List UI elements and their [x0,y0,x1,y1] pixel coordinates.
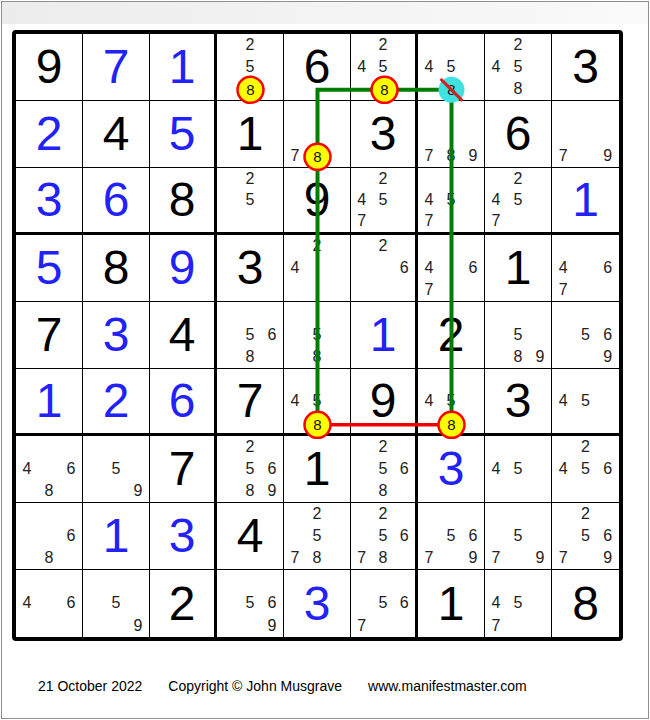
candidate-5: 5 [574,458,596,480]
given-digit: 7 [16,302,82,368]
cell-r9c9[interactable]: 8 [552,570,619,637]
candidate-6: 6 [394,592,415,614]
candidate-8: 8 [507,78,529,100]
cell-r2c9[interactable]: 79 [552,101,619,168]
solved-digit: 1 [351,302,415,368]
cell-r7c2[interactable]: 59 [83,436,150,503]
candidate-5: 5 [507,592,529,614]
cell-r6c5[interactable]: 45 [284,369,351,436]
cell-r9c8[interactable]: 457 [485,570,552,637]
candidate-8: 8 [306,346,328,368]
cell-r5c2[interactable]: 3 [83,302,150,369]
candidate-9: 9 [462,145,484,167]
candidate-7: 7 [552,547,574,569]
cell-r4c7[interactable]: 467 [418,235,485,302]
solved-digit: 1 [83,503,149,569]
cell-r7c8[interactable]: 45 [485,436,552,503]
given-digit: 4 [150,302,214,368]
candidate-4: 4 [16,592,38,614]
cell-r2c4[interactable]: 1 [217,101,284,168]
cell-r1c6[interactable]: 245 [351,34,418,101]
candidate-4: 4 [418,257,440,279]
cell-r4c5[interactable]: 24 [284,235,351,302]
candidate-9: 9 [597,547,619,569]
cell-r2c6[interactable]: 3 [351,101,418,168]
candidate-7: 7 [418,279,440,301]
solved-digit: 5 [150,101,214,167]
candidate-4: 4 [284,390,306,411]
cell-r1c5[interactable]: 6 [284,34,351,101]
cell-r8c2[interactable]: 1 [83,503,150,570]
cell-r9c6[interactable]: 567 [351,570,418,637]
cell-r4c4[interactable]: 3 [217,235,284,302]
cell-r6c8[interactable]: 3 [485,369,552,436]
candidate-5: 5 [372,56,393,78]
solved-digit: 7 [83,34,149,100]
candidate-5: 5 [440,525,462,547]
cell-r3c8[interactable]: 2457 [485,168,552,235]
given-digit: 9 [351,369,415,433]
given-digit: 8 [552,570,619,637]
cell-r7c6[interactable]: 2568 [351,436,418,503]
candidate-6: 6 [261,592,283,614]
candidate-5: 5 [105,592,127,614]
candidate-5: 5 [372,458,393,480]
candidate-5: 5 [507,324,529,346]
given-digit: 1 [485,235,551,301]
candidate-6: 6 [597,257,619,279]
given-digit: 3 [485,369,551,433]
solved-digit: 2 [83,369,149,433]
candidate-5: 5 [574,390,596,411]
footer: 21 October 2022Copyright © John Musgrave… [38,676,553,696]
candidate-5: 5 [306,390,328,411]
solved-digit: 3 [16,168,82,232]
solved-digit: 3 [418,436,484,502]
candidate-7: 7 [351,211,372,232]
candidate-5: 5 [306,525,328,547]
candidate-6: 6 [394,525,415,547]
solved-digit: 1 [552,168,619,232]
cell-r6c1[interactable]: 1 [16,369,83,436]
cell-r8c4[interactable]: 4 [217,503,284,570]
candidate-4: 4 [552,458,574,480]
candidate-5: 5 [239,189,261,210]
given-digit: 2 [418,302,484,368]
cell-r9c5[interactable]: 3 [284,570,351,637]
candidate-7: 7 [418,145,440,167]
candidate-5: 5 [239,458,261,480]
candidate-7: 7 [284,547,306,569]
candidate-5: 5 [239,56,261,78]
sudoku-board: 9712562454524583245173789679368259245745… [12,30,623,641]
cell-r5c7[interactable]: 2 [418,302,485,369]
candidate-5: 5 [574,324,596,346]
candidate-6: 6 [261,324,283,346]
cell-r8c6[interactable]: 25678 [351,503,418,570]
cell-r1c2[interactable]: 7 [83,34,150,101]
cell-r7c7[interactable]: 3 [418,436,485,503]
candidate-4: 4 [351,189,372,210]
candidate-2: 2 [239,436,261,458]
cell-r2c1[interactable]: 2 [16,101,83,168]
candidate-5: 5 [507,189,529,210]
cell-r3c5[interactable]: 9 [284,168,351,235]
candidate-2: 2 [239,34,261,56]
cell-r5c8[interactable]: 589 [485,302,552,369]
cell-r3c9[interactable]: 1 [552,168,619,235]
candidate-5: 5 [507,458,529,480]
candidate-8: 8 [440,145,462,167]
candidate-4: 4 [485,56,507,78]
cell-r6c9[interactable]: 45 [552,369,619,436]
given-digit: 9 [284,168,350,232]
cell-r7c5[interactable]: 1 [284,436,351,503]
cell-r1c9[interactable]: 3 [552,34,619,101]
given-digit: 9 [16,34,82,100]
candidate-2: 2 [239,168,261,189]
footer-date: 21 October 2022 [38,678,142,694]
candidate-9: 9 [529,547,551,569]
candidate-7: 7 [552,145,574,167]
candidate-2: 2 [372,503,393,525]
page: 9712562454524583245173789679368259245745… [0,0,650,720]
cell-r4c6[interactable]: 26 [351,235,418,302]
solved-digit: 3 [83,302,149,368]
candidate-9: 9 [261,480,283,502]
candidate-5: 5 [239,592,261,614]
cell-r6c4[interactable]: 7 [217,369,284,436]
candidate-9: 9 [127,615,149,637]
given-digit: 1 [418,570,484,637]
candidate-2: 2 [372,168,393,189]
candidate-4: 4 [16,458,38,480]
cell-r3c3[interactable]: 8 [150,168,217,235]
cell-r5c4[interactable]: 568 [217,302,284,369]
candidate-4: 4 [418,56,440,78]
candidate-4: 4 [485,458,507,480]
candidate-7: 7 [485,547,507,569]
candidate-6: 6 [60,458,82,480]
solved-digit: 1 [16,369,82,433]
cell-r6c2[interactable]: 2 [83,369,150,436]
given-digit: 8 [83,235,149,301]
candidate-6: 6 [462,257,484,279]
candidate-5: 5 [507,525,529,547]
candidate-4: 4 [485,189,507,210]
candidate-6: 6 [60,525,82,547]
candidate-2: 2 [507,34,529,56]
cell-r4c8[interactable]: 1 [485,235,552,302]
given-digit: 4 [83,101,149,167]
candidate-5: 5 [306,324,328,346]
candidate-8: 8 [372,547,393,569]
candidate-5: 5 [574,525,596,547]
solved-digit: 5 [16,235,82,301]
cell-r8c1[interactable]: 68 [16,503,83,570]
candidate-6: 6 [261,458,283,480]
cell-r8c7[interactable]: 5679 [418,503,485,570]
cell-r7c4[interactable]: 25689 [217,436,284,503]
cell-r5c5[interactable]: 58 [284,302,351,369]
cell-r9c3[interactable]: 2 [150,570,217,637]
candidate-4: 4 [351,56,372,78]
given-digit: 6 [485,101,551,167]
candidate-7: 7 [351,547,372,569]
cell-r1c3[interactable]: 1 [150,34,217,101]
solved-digit: 3 [150,503,214,569]
cell-r3c2[interactable]: 6 [83,168,150,235]
candidate-7: 7 [284,145,306,167]
cell-r9c4[interactable]: 569 [217,570,284,637]
candidate-5: 5 [440,390,462,411]
candidate-5: 5 [372,525,393,547]
candidate-5: 5 [372,592,393,614]
given-digit: 4 [217,503,283,569]
given-digit: 3 [217,235,283,301]
cell-r7c9[interactable]: 2456 [552,436,619,503]
candidate-6: 6 [394,458,415,480]
candidate-8: 8 [507,346,529,368]
given-digit: 3 [351,101,415,167]
cell-r8c5[interactable]: 2578 [284,503,351,570]
candidate-2: 2 [306,503,328,525]
cell-r4c2[interactable]: 8 [83,235,150,302]
candidate-2: 2 [574,503,596,525]
cell-r3c4[interactable]: 25 [217,168,284,235]
candidate-5: 5 [507,56,529,78]
candidate-7: 7 [418,211,440,232]
candidate-5: 5 [440,56,462,78]
candidate-2: 2 [372,34,393,56]
given-digit: 3 [552,34,619,100]
cell-r2c2[interactable]: 4 [83,101,150,168]
candidate-5: 5 [440,189,462,210]
candidate-4: 4 [485,592,507,614]
cell-r9c1[interactable]: 46 [16,570,83,637]
candidate-2: 2 [372,436,393,458]
candidate-7: 7 [418,547,440,569]
cell-r4c3[interactable]: 9 [150,235,217,302]
candidate-2: 2 [507,168,529,189]
cell-r3c7[interactable]: 457 [418,168,485,235]
given-digit: 2 [150,570,214,637]
cell-r3c1[interactable]: 3 [16,168,83,235]
cell-r2c7[interactable]: 789 [418,101,485,168]
footer-copyright: Copyright © John Musgrave [168,678,342,694]
cell-r1c4[interactable]: 25 [217,34,284,101]
candidate-4: 4 [552,257,574,279]
cell-r5c6[interactable]: 1 [351,302,418,369]
given-digit: 7 [217,369,283,433]
cell-r5c1[interactable]: 7 [16,302,83,369]
cell-r7c1[interactable]: 468 [16,436,83,503]
solved-digit: 2 [16,101,82,167]
cell-r9c2[interactable]: 59 [83,570,150,637]
cell-r4c9[interactable]: 467 [552,235,619,302]
candidate-7: 7 [351,615,372,637]
candidate-8: 8 [38,547,60,569]
candidate-2: 2 [372,235,393,257]
given-digit: 8 [150,168,214,232]
cell-r8c3[interactable]: 3 [150,503,217,570]
candidate-8: 8 [239,346,261,368]
cell-r3c6[interactable]: 2457 [351,168,418,235]
candidate-6: 6 [394,257,415,279]
candidate-9: 9 [462,547,484,569]
candidate-5: 5 [239,324,261,346]
given-digit: 7 [150,436,214,502]
candidate-4: 4 [552,390,574,411]
cell-r9c7[interactable]: 1 [418,570,485,637]
candidate-8: 8 [306,547,328,569]
candidate-8: 8 [239,480,261,502]
candidate-5: 5 [105,458,127,480]
candidate-6: 6 [60,592,82,614]
given-digit: 1 [217,101,283,167]
candidate-5: 5 [372,189,393,210]
given-digit: 1 [284,436,350,502]
candidate-9: 9 [597,346,619,368]
cell-r2c5[interactable]: 7 [284,101,351,168]
candidate-6: 6 [597,324,619,346]
cell-r2c8[interactable]: 6 [485,101,552,168]
candidate-8: 8 [38,480,60,502]
candidate-9: 9 [529,346,551,368]
cell-r8c8[interactable]: 579 [485,503,552,570]
solved-digit: 1 [150,34,214,100]
candidate-7: 7 [552,279,574,301]
solved-digit: 3 [284,570,350,637]
candidate-2: 2 [574,436,596,458]
cell-r6c6[interactable]: 9 [351,369,418,436]
solved-digit: 6 [150,369,214,433]
candidate-4: 4 [284,257,306,279]
cell-r5c9[interactable]: 569 [552,302,619,369]
candidate-6: 6 [462,525,484,547]
given-digit: 6 [284,34,350,100]
cell-r8c9[interactable]: 25679 [552,503,619,570]
candidate-9: 9 [261,615,283,637]
cell-r7c3[interactable]: 7 [150,436,217,503]
cell-r1c1[interactable]: 9 [16,34,83,101]
candidate-6: 6 [597,458,619,480]
candidate-7: 7 [485,211,507,232]
cell-r1c8[interactable]: 2458 [485,34,552,101]
cell-r2c3[interactable]: 5 [150,101,217,168]
cell-r1c7[interactable]: 45 [418,34,485,101]
cell-r6c3[interactable]: 6 [150,369,217,436]
cell-r5c3[interactable]: 4 [150,302,217,369]
candidate-9: 9 [597,145,619,167]
window-top-strip [2,2,648,24]
candidate-4: 4 [418,189,440,210]
solved-digit: 9 [150,235,214,301]
candidate-9: 9 [127,480,149,502]
cell-r4c1[interactable]: 5 [16,235,83,302]
candidate-2: 2 [306,235,328,257]
solved-digit: 6 [83,168,149,232]
candidate-6: 6 [597,525,619,547]
candidate-8: 8 [372,480,393,502]
candidate-7: 7 [485,615,507,637]
cell-r6c7[interactable]: 45 [418,369,485,436]
candidate-4: 4 [418,390,440,411]
footer-url: www.manifestmaster.com [368,678,527,694]
